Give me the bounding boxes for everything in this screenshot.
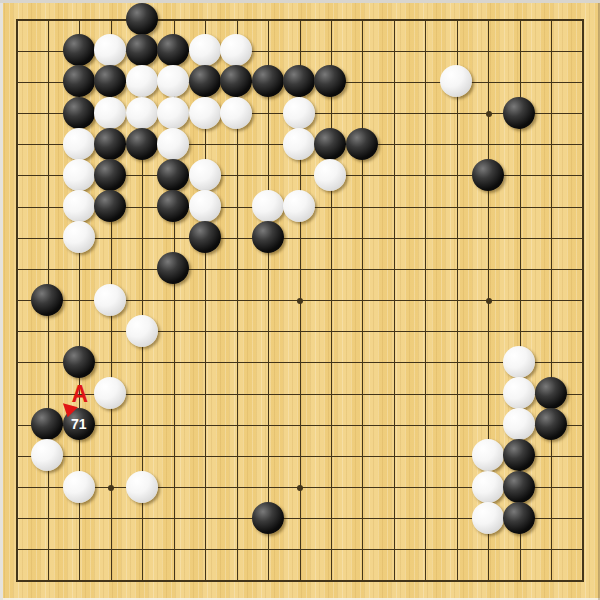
grid-line-vertical [394, 19, 395, 582]
white-stone [189, 190, 221, 222]
go-board[interactable]: 71A [0, 0, 600, 600]
white-stone [94, 377, 126, 409]
white-stone [94, 34, 126, 66]
black-stone [157, 159, 189, 191]
black-stone [346, 128, 378, 160]
black-stone [503, 97, 535, 129]
black-stone [252, 221, 284, 253]
black-stone [503, 471, 535, 503]
black-stone [157, 34, 189, 66]
white-stone [503, 408, 535, 440]
black-stone [63, 97, 95, 129]
black-stone [535, 377, 567, 409]
black-stone [126, 128, 158, 160]
black-stone [157, 252, 189, 284]
white-stone [283, 128, 315, 160]
grid-line-horizontal [16, 425, 584, 426]
grid-line-horizontal [16, 331, 584, 332]
star-point [297, 485, 303, 491]
grid-line-vertical [551, 19, 552, 582]
black-stone [503, 502, 535, 534]
black-stone [94, 65, 126, 97]
black-stone [63, 408, 95, 440]
black-stone [94, 159, 126, 191]
white-stone [126, 315, 158, 347]
black-stone [252, 65, 284, 97]
white-stone [189, 34, 221, 66]
black-stone [535, 408, 567, 440]
white-stone [252, 190, 284, 222]
black-stone [252, 502, 284, 534]
grid-line-vertical [457, 19, 458, 582]
grid-line-vertical [362, 19, 363, 582]
white-stone [440, 65, 472, 97]
white-stone [283, 190, 315, 222]
black-stone [63, 65, 95, 97]
black-stone [94, 128, 126, 160]
white-stone [126, 65, 158, 97]
white-stone [472, 439, 504, 471]
black-stone [314, 65, 346, 97]
black-stone [472, 159, 504, 191]
white-stone [126, 471, 158, 503]
star-point [486, 298, 492, 304]
white-stone [472, 502, 504, 534]
white-stone [503, 346, 535, 378]
black-stone [283, 65, 315, 97]
white-stone [503, 377, 535, 409]
white-stone [94, 284, 126, 316]
black-stone [189, 221, 221, 253]
grid-line-vertical [425, 19, 426, 582]
white-stone [189, 97, 221, 129]
white-stone [31, 439, 63, 471]
star-point [108, 485, 114, 491]
grid-line-horizontal [16, 580, 584, 582]
black-stone [189, 65, 221, 97]
black-stone [31, 408, 63, 440]
black-stone [126, 34, 158, 66]
white-stone [63, 128, 95, 160]
star-point [486, 111, 492, 117]
white-stone [314, 159, 346, 191]
white-stone [126, 97, 158, 129]
black-stone [31, 284, 63, 316]
star-point [297, 298, 303, 304]
white-stone [283, 97, 315, 129]
black-stone [220, 65, 252, 97]
black-stone [157, 190, 189, 222]
grid-line-vertical [331, 19, 332, 582]
white-stone [220, 97, 252, 129]
white-stone [189, 159, 221, 191]
black-stone [63, 346, 95, 378]
white-stone [94, 97, 126, 129]
grid-line-horizontal [16, 549, 584, 550]
white-stone [157, 65, 189, 97]
white-stone [63, 471, 95, 503]
white-stone [157, 97, 189, 129]
black-stone [503, 439, 535, 471]
grid-line-vertical [582, 19, 584, 582]
white-stone [220, 34, 252, 66]
white-stone [63, 190, 95, 222]
black-stone [126, 3, 158, 35]
black-stone [314, 128, 346, 160]
white-stone [157, 128, 189, 160]
white-stone [472, 471, 504, 503]
black-stone [94, 190, 126, 222]
black-stone [63, 34, 95, 66]
white-stone [63, 159, 95, 191]
white-stone [63, 221, 95, 253]
grid-line-horizontal [16, 362, 584, 363]
